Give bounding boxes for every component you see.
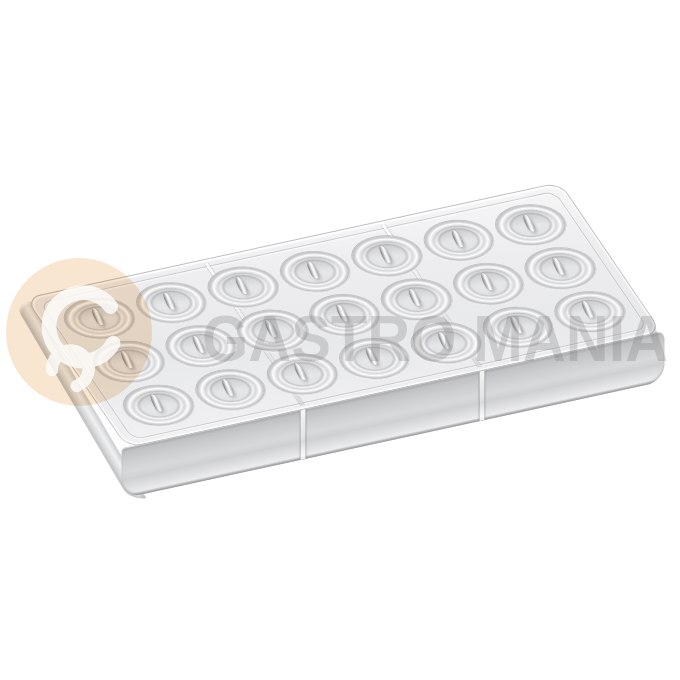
cavity xyxy=(270,246,360,297)
product-photo-scene: GASTRO MANIA xyxy=(0,0,680,680)
cavity-pin-reflection xyxy=(148,394,164,412)
mould-section-seam xyxy=(301,408,306,459)
cavity-pin-reflection xyxy=(161,292,177,310)
cavity-pin-reflection xyxy=(478,273,494,291)
cavity-pin-reflection xyxy=(305,261,321,279)
mould-section-seam xyxy=(480,370,485,421)
cavity xyxy=(486,199,576,250)
cavity xyxy=(516,243,606,294)
cavity xyxy=(414,215,504,266)
watermark-text: GASTRO MANIA xyxy=(202,307,668,371)
cavity-pin-reflection xyxy=(233,276,249,294)
watermark-logo-swirl-icon xyxy=(18,268,140,394)
cavity-pin-reflection xyxy=(220,379,236,397)
cavity-pin-reflection xyxy=(521,214,537,232)
cavity-pin-reflection xyxy=(449,229,465,247)
cavity xyxy=(342,231,432,282)
cavity-pin-reflection xyxy=(377,245,393,263)
cavity-pin-reflection xyxy=(550,257,566,275)
